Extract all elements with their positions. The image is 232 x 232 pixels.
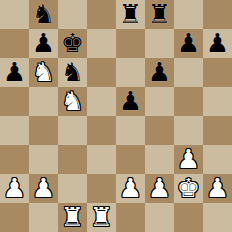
square-b5[interactable] <box>29 87 58 116</box>
black-king[interactable]: ♚ <box>61 29 84 58</box>
square-h5[interactable] <box>203 87 232 116</box>
square-g2[interactable]: ♚ <box>174 174 203 203</box>
black-knight[interactable]: ♞ <box>61 58 84 87</box>
square-a5[interactable] <box>0 87 29 116</box>
white-pawn[interactable]: ♟ <box>32 174 55 203</box>
square-a2[interactable]: ♟ <box>0 174 29 203</box>
square-f5[interactable] <box>145 87 174 116</box>
square-f8[interactable]: ♜ <box>145 0 174 29</box>
square-g5[interactable] <box>174 87 203 116</box>
square-e7[interactable] <box>116 29 145 58</box>
chess-board: ♞♜♜♟♚♟♟♟♞♞♟♞♟♟♟♟♟♟♚♟♜♜ <box>0 0 232 232</box>
white-king[interactable]: ♚ <box>177 174 200 203</box>
square-g1[interactable] <box>174 203 203 232</box>
white-rook[interactable]: ♜ <box>61 203 84 232</box>
square-d8[interactable] <box>87 0 116 29</box>
square-c4[interactable] <box>58 116 87 145</box>
square-g7[interactable]: ♟ <box>174 29 203 58</box>
black-pawn[interactable]: ♟ <box>206 29 229 58</box>
square-b6[interactable]: ♞ <box>29 58 58 87</box>
square-c2[interactable] <box>58 174 87 203</box>
square-h6[interactable] <box>203 58 232 87</box>
square-c1[interactable]: ♜ <box>58 203 87 232</box>
square-c8[interactable] <box>58 0 87 29</box>
square-a8[interactable] <box>0 0 29 29</box>
white-rook[interactable]: ♜ <box>90 203 113 232</box>
white-knight[interactable]: ♞ <box>32 58 55 87</box>
square-f2[interactable]: ♟ <box>145 174 174 203</box>
square-b7[interactable]: ♟ <box>29 29 58 58</box>
square-a1[interactable] <box>0 203 29 232</box>
square-a4[interactable] <box>0 116 29 145</box>
white-pawn[interactable]: ♟ <box>148 174 171 203</box>
square-c7[interactable]: ♚ <box>58 29 87 58</box>
square-f3[interactable] <box>145 145 174 174</box>
square-e4[interactable] <box>116 116 145 145</box>
square-c6[interactable]: ♞ <box>58 58 87 87</box>
square-g6[interactable] <box>174 58 203 87</box>
square-g3[interactable]: ♟ <box>174 145 203 174</box>
square-e3[interactable] <box>116 145 145 174</box>
square-f1[interactable] <box>145 203 174 232</box>
black-pawn[interactable]: ♟ <box>148 58 171 87</box>
square-d7[interactable] <box>87 29 116 58</box>
square-e6[interactable] <box>116 58 145 87</box>
square-a7[interactable] <box>0 29 29 58</box>
square-a3[interactable] <box>0 145 29 174</box>
white-pawn[interactable]: ♟ <box>177 145 200 174</box>
square-f7[interactable] <box>145 29 174 58</box>
square-g8[interactable] <box>174 0 203 29</box>
square-b4[interactable] <box>29 116 58 145</box>
square-h8[interactable] <box>203 0 232 29</box>
square-e1[interactable] <box>116 203 145 232</box>
square-h4[interactable] <box>203 116 232 145</box>
square-e5[interactable]: ♟ <box>116 87 145 116</box>
square-d4[interactable] <box>87 116 116 145</box>
square-d2[interactable] <box>87 174 116 203</box>
black-rook[interactable]: ♜ <box>119 0 142 29</box>
square-g4[interactable] <box>174 116 203 145</box>
black-pawn[interactable]: ♟ <box>3 58 26 87</box>
square-h7[interactable]: ♟ <box>203 29 232 58</box>
square-f4[interactable] <box>145 116 174 145</box>
square-h1[interactable] <box>203 203 232 232</box>
square-b2[interactable]: ♟ <box>29 174 58 203</box>
white-pawn[interactable]: ♟ <box>3 174 26 203</box>
square-d1[interactable]: ♜ <box>87 203 116 232</box>
black-rook[interactable]: ♜ <box>148 0 171 29</box>
black-pawn[interactable]: ♟ <box>32 29 55 58</box>
square-d3[interactable] <box>87 145 116 174</box>
square-a6[interactable]: ♟ <box>0 58 29 87</box>
white-pawn[interactable]: ♟ <box>206 174 229 203</box>
square-d5[interactable] <box>87 87 116 116</box>
square-b1[interactable] <box>29 203 58 232</box>
square-h3[interactable] <box>203 145 232 174</box>
square-e2[interactable]: ♟ <box>116 174 145 203</box>
white-pawn[interactable]: ♟ <box>119 174 142 203</box>
black-pawn[interactable]: ♟ <box>119 87 142 116</box>
square-e8[interactable]: ♜ <box>116 0 145 29</box>
square-b3[interactable] <box>29 145 58 174</box>
square-d6[interactable] <box>87 58 116 87</box>
white-knight[interactable]: ♞ <box>61 87 84 116</box>
square-f6[interactable]: ♟ <box>145 58 174 87</box>
square-b8[interactable]: ♞ <box>29 0 58 29</box>
square-c3[interactable] <box>58 145 87 174</box>
square-c5[interactable]: ♞ <box>58 87 87 116</box>
square-h2[interactable]: ♟ <box>203 174 232 203</box>
black-knight[interactable]: ♞ <box>32 0 55 29</box>
black-pawn[interactable]: ♟ <box>177 29 200 58</box>
